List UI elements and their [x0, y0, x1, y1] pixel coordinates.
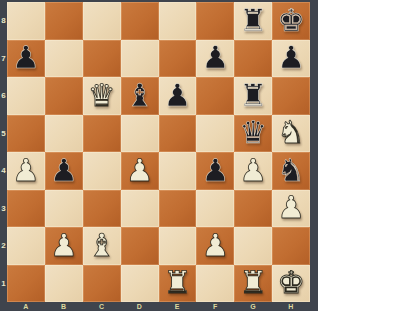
square-c7[interactable]	[83, 40, 121, 78]
square-h7[interactable]: ♟	[272, 40, 310, 78]
white-pawn[interactable]: ♟	[126, 154, 154, 185]
square-g1[interactable]: ♜	[234, 265, 272, 303]
square-b2[interactable]: ♟	[45, 227, 83, 265]
square-g5[interactable]: ♛	[234, 115, 272, 153]
square-b5[interactable]	[45, 115, 83, 153]
square-g7[interactable]	[234, 40, 272, 78]
rank-labels: 87654321	[0, 2, 7, 302]
square-e2[interactable]	[159, 227, 197, 265]
file-label-h: H	[272, 301, 310, 311]
square-a4[interactable]: ♟	[7, 152, 45, 190]
black-pawn[interactable]: ♟	[12, 42, 40, 73]
white-knight[interactable]: ♞	[277, 117, 305, 148]
square-f6[interactable]	[196, 77, 234, 115]
square-e6[interactable]: ♟	[159, 77, 197, 115]
square-f4[interactable]: ♟	[196, 152, 234, 190]
white-king[interactable]: ♚	[277, 267, 305, 298]
square-a8[interactable]	[7, 2, 45, 40]
square-e4[interactable]	[159, 152, 197, 190]
rank-label-8: 8	[0, 2, 7, 40]
square-h1[interactable]: ♚	[272, 265, 310, 303]
square-b1[interactable]	[45, 265, 83, 303]
square-e7[interactable]	[159, 40, 197, 78]
chess-board[interactable]: ♜♚♟♟♟♛♝♟♜♛♞♟♟♟♟♟♞♟♟♝♟♜♜♚	[7, 2, 310, 302]
square-c6[interactable]: ♛	[83, 77, 121, 115]
rank-label-6: 6	[0, 77, 7, 115]
white-rook[interactable]: ♜	[239, 267, 267, 298]
square-h4[interactable]: ♞	[272, 152, 310, 190]
square-b4[interactable]: ♟	[45, 152, 83, 190]
square-c8[interactable]	[83, 2, 121, 40]
square-h2[interactable]	[272, 227, 310, 265]
square-d4[interactable]: ♟	[121, 152, 159, 190]
white-pawn[interactable]: ♟	[277, 192, 305, 223]
square-g3[interactable]	[234, 190, 272, 228]
square-f7[interactable]: ♟	[196, 40, 234, 78]
square-a2[interactable]	[7, 227, 45, 265]
square-b6[interactable]	[45, 77, 83, 115]
board-frame: ♜♚♟♟♟♛♝♟♜♛♞♟♟♟♟♟♞♟♟♝♟♜♜♚ 87654321 ABCDEF…	[0, 0, 318, 311]
file-label-f: F	[196, 301, 234, 311]
square-d8[interactable]	[121, 2, 159, 40]
square-b3[interactable]	[45, 190, 83, 228]
black-pawn[interactable]: ♟	[201, 42, 229, 73]
rank-label-4: 4	[0, 152, 7, 190]
square-e8[interactable]	[159, 2, 197, 40]
square-f2[interactable]: ♟	[196, 227, 234, 265]
white-rook[interactable]: ♜	[164, 267, 192, 298]
square-h6[interactable]	[272, 77, 310, 115]
page: ♜♚♟♟♟♛♝♟♜♛♞♟♟♟♟♟♞♟♟♝♟♜♜♚ 87654321 ABCDEF…	[0, 0, 414, 311]
black-knight[interactable]: ♞	[277, 154, 305, 185]
square-f5[interactable]	[196, 115, 234, 153]
square-b7[interactable]	[45, 40, 83, 78]
square-d2[interactable]	[121, 227, 159, 265]
square-h5[interactable]: ♞	[272, 115, 310, 153]
square-e5[interactable]	[159, 115, 197, 153]
square-c2[interactable]: ♝	[83, 227, 121, 265]
white-pawn[interactable]: ♟	[201, 229, 229, 260]
black-rook[interactable]: ♜	[239, 79, 267, 110]
square-a1[interactable]	[7, 265, 45, 303]
black-rook[interactable]: ♜	[239, 4, 267, 35]
square-a3[interactable]	[7, 190, 45, 228]
white-queen[interactable]: ♛	[88, 79, 116, 110]
square-d5[interactable]	[121, 115, 159, 153]
black-king[interactable]: ♚	[277, 4, 305, 35]
square-h8[interactable]: ♚	[272, 2, 310, 40]
file-label-c: C	[83, 301, 121, 311]
rank-label-1: 1	[0, 265, 7, 303]
black-queen[interactable]: ♛	[239, 117, 267, 148]
black-pawn[interactable]: ♟	[201, 154, 229, 185]
white-bishop[interactable]: ♝	[88, 229, 116, 260]
white-pawn[interactable]: ♟	[50, 229, 78, 260]
file-label-b: B	[45, 301, 83, 311]
square-a6[interactable]	[7, 77, 45, 115]
square-f3[interactable]	[196, 190, 234, 228]
square-c5[interactable]	[83, 115, 121, 153]
square-c1[interactable]	[83, 265, 121, 303]
file-labels: ABCDEFGH	[7, 301, 310, 311]
square-e1[interactable]: ♜	[159, 265, 197, 303]
square-e3[interactable]	[159, 190, 197, 228]
square-c3[interactable]	[83, 190, 121, 228]
rank-label-3: 3	[0, 190, 7, 228]
square-c4[interactable]	[83, 152, 121, 190]
file-label-e: E	[159, 301, 197, 311]
square-h3[interactable]: ♟	[272, 190, 310, 228]
square-d7[interactable]	[121, 40, 159, 78]
square-g2[interactable]	[234, 227, 272, 265]
square-a5[interactable]	[7, 115, 45, 153]
square-g8[interactable]: ♜	[234, 2, 272, 40]
file-label-g: G	[234, 301, 272, 311]
square-a7[interactable]: ♟	[7, 40, 45, 78]
black-pawn[interactable]: ♟	[164, 79, 192, 110]
black-pawn[interactable]: ♟	[277, 42, 305, 73]
square-b8[interactable]	[45, 2, 83, 40]
square-f1[interactable]	[196, 265, 234, 303]
square-d3[interactable]	[121, 190, 159, 228]
rank-label-7: 7	[0, 40, 7, 78]
file-label-d: D	[121, 301, 159, 311]
white-pawn[interactable]: ♟	[12, 154, 40, 185]
rank-label-5: 5	[0, 115, 7, 153]
rank-label-2: 2	[0, 227, 7, 265]
square-f8[interactable]	[196, 2, 234, 40]
white-pawn[interactable]: ♟	[239, 154, 267, 185]
square-d6[interactable]: ♝	[121, 77, 159, 115]
square-g4[interactable]: ♟	[234, 152, 272, 190]
square-d1[interactable]	[121, 265, 159, 303]
file-label-a: A	[7, 301, 45, 311]
square-g6[interactable]: ♜	[234, 77, 272, 115]
black-pawn[interactable]: ♟	[50, 154, 78, 185]
black-bishop[interactable]: ♝	[126, 79, 154, 110]
